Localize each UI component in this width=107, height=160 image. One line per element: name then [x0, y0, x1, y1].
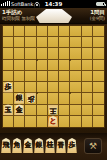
hand-tray: 飛角金銀桂香歩 ⚒ — [0, 133, 107, 160]
square-8-1[interactable] — [14, 26, 25, 37]
board-zone: 歩銀歩玉金王と — [0, 24, 107, 133]
square-1-5[interactable] — [93, 71, 104, 82]
square-3-1[interactable] — [70, 26, 81, 37]
square-8-3[interactable] — [14, 48, 25, 59]
square-2-8[interactable] — [82, 105, 93, 116]
square-3-5[interactable] — [70, 71, 81, 82]
square-1-4[interactable] — [93, 60, 104, 71]
menu-button[interactable]: ⚒ — [84, 138, 102, 154]
square-3-6[interactable] — [70, 82, 81, 93]
square-5-7[interactable] — [48, 93, 59, 104]
square-5-6[interactable] — [48, 82, 59, 93]
hoshi-dot — [36, 59, 38, 61]
square-6-6[interactable] — [37, 82, 48, 93]
square-5-5[interactable] — [48, 71, 59, 82]
piece-歩-77[interactable]: 歩 — [26, 93, 36, 104]
square-9-2[interactable] — [3, 37, 14, 48]
battery-icon — [96, 2, 105, 6]
square-3-7[interactable] — [70, 93, 81, 104]
hand-piece-銀[interactable]: 銀 — [34, 138, 44, 153]
hand-piece-香[interactable]: 香 — [56, 138, 66, 153]
square-5-8[interactable]: 王 — [48, 105, 59, 116]
square-1-1[interactable] — [93, 26, 104, 37]
square-4-7[interactable] — [59, 93, 70, 104]
square-1-7[interactable] — [93, 93, 104, 104]
hoshi-dot — [69, 59, 71, 61]
problem-info: 1手詰め 時間制限 無制限 — [2, 9, 35, 22]
square-6-1[interactable] — [37, 26, 48, 37]
square-9-6[interactable]: 歩 — [3, 82, 14, 93]
square-2-9[interactable] — [82, 116, 93, 127]
square-6-4[interactable] — [37, 60, 48, 71]
square-3-4[interactable] — [70, 60, 81, 71]
hammer-icon: ⚒ — [89, 142, 97, 151]
square-7-1[interactable] — [25, 26, 36, 37]
square-8-8[interactable]: 金 — [14, 105, 25, 116]
hoshi-dot — [69, 92, 71, 94]
square-4-2[interactable] — [59, 37, 70, 48]
square-4-5[interactable] — [59, 71, 70, 82]
app-screen: SoftBank 14:39 1手詰め 時間制限 無制限 1問目 (全9問) 歩… — [0, 0, 107, 160]
hand-piece-歩[interactable]: 歩 — [67, 138, 77, 153]
problem-number: 1問目 — [90, 9, 105, 16]
hand-piece-角[interactable]: 角 — [12, 138, 22, 153]
square-2-4[interactable] — [82, 60, 93, 71]
square-7-2[interactable] — [25, 37, 36, 48]
square-1-2[interactable] — [93, 37, 104, 48]
piece-王-58[interactable]: 王 — [48, 104, 58, 115]
mode-title: 1手詰め — [2, 9, 35, 16]
time-limit-label: 時間制限 無制限 — [2, 16, 35, 22]
square-9-9[interactable] — [3, 116, 14, 127]
square-8-6[interactable] — [14, 82, 25, 93]
square-5-9[interactable]: と — [48, 116, 59, 127]
square-7-4[interactable] — [25, 60, 36, 71]
square-2-5[interactable] — [82, 71, 93, 82]
square-4-9[interactable] — [59, 116, 70, 127]
square-2-7[interactable] — [82, 93, 93, 104]
square-4-1[interactable] — [59, 26, 70, 37]
square-5-2[interactable] — [48, 37, 59, 48]
square-8-2[interactable] — [14, 37, 25, 48]
square-7-8[interactable] — [25, 105, 36, 116]
square-7-7[interactable]: 歩 — [25, 93, 36, 104]
square-5-1[interactable] — [48, 26, 59, 37]
square-1-8[interactable] — [93, 105, 104, 116]
square-6-2[interactable] — [37, 37, 48, 48]
header-bar: 1手詰め 時間制限 無制限 1問目 (全9問) — [0, 8, 107, 24]
hand-pieces: 飛角金銀桂香歩 — [1, 138, 77, 153]
piece-と-59[interactable]: と — [48, 116, 58, 127]
square-7-5[interactable] — [25, 71, 36, 82]
hand-piece-飛[interactable]: 飛 — [1, 138, 11, 153]
square-2-1[interactable] — [82, 26, 93, 37]
square-8-7[interactable]: 銀 — [14, 93, 25, 104]
square-5-4[interactable] — [48, 60, 59, 71]
piece-shaped-button[interactable] — [36, 9, 72, 23]
square-4-4[interactable] — [59, 60, 70, 71]
square-9-3[interactable] — [3, 48, 14, 59]
square-1-6[interactable] — [93, 82, 104, 93]
status-time: 14:39 — [0, 1, 107, 7]
square-3-9[interactable] — [70, 116, 81, 127]
square-1-3[interactable] — [93, 48, 104, 59]
square-5-3[interactable] — [48, 48, 59, 59]
square-7-9[interactable] — [25, 116, 36, 127]
square-9-7[interactable] — [3, 93, 14, 104]
piece-歩-96[interactable]: 歩 — [3, 82, 13, 93]
square-6-8[interactable] — [37, 105, 48, 116]
square-9-5[interactable] — [3, 71, 14, 82]
hand-piece-桂[interactable]: 桂 — [45, 138, 55, 153]
square-8-9[interactable] — [14, 116, 25, 127]
square-3-8[interactable] — [70, 105, 81, 116]
piece-金-88[interactable]: 金 — [14, 104, 24, 115]
status-bar: SoftBank 14:39 — [0, 0, 107, 8]
hoshi-dot — [36, 92, 38, 94]
square-4-8[interactable] — [59, 105, 70, 116]
shogi-board[interactable]: 歩銀歩玉金王と — [2, 25, 105, 128]
square-9-4[interactable] — [3, 60, 14, 71]
square-2-6[interactable] — [82, 82, 93, 93]
square-8-5[interactable] — [14, 71, 25, 82]
square-8-4[interactable] — [14, 60, 25, 71]
piece-玉-98[interactable]: 玉 — [3, 104, 13, 115]
square-1-9[interactable] — [93, 116, 104, 127]
square-6-9[interactable] — [37, 116, 48, 127]
square-3-3[interactable] — [70, 48, 81, 59]
square-2-2[interactable] — [82, 37, 93, 48]
square-2-3[interactable] — [82, 48, 93, 59]
square-6-7[interactable] — [37, 93, 48, 104]
square-9-1[interactable] — [3, 26, 14, 37]
piece-銀-87[interactable]: 銀 — [14, 93, 24, 104]
square-9-8[interactable]: 玉 — [3, 105, 14, 116]
problem-total: (全9問) — [90, 16, 105, 22]
square-6-5[interactable] — [37, 71, 48, 82]
problem-counter: 1問目 (全9問) — [90, 9, 105, 22]
square-3-2[interactable] — [70, 37, 81, 48]
hand-piece-金[interactable]: 金 — [23, 138, 33, 153]
square-6-3[interactable] — [37, 48, 48, 59]
